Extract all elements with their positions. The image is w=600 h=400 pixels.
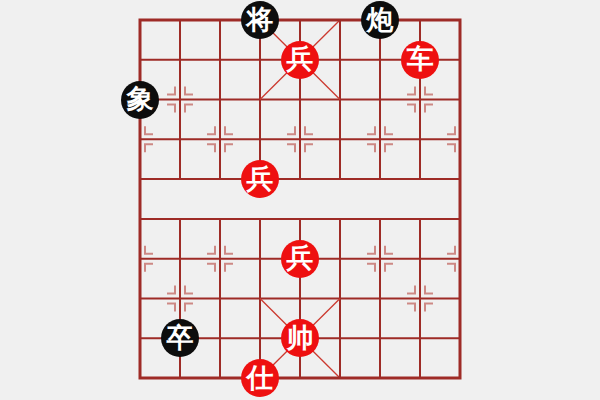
piece-red-soldier-1[interactable]: 兵 [281,41,319,79]
piece-red-advisor[interactable]: 仕 [241,359,279,397]
piece-red-soldier-2[interactable]: 兵 [241,160,279,198]
piece-red-chariot[interactable]: 车 [401,41,439,79]
pieces-layer: 将炮兵车象兵兵卒帅仕 [0,0,600,400]
piece-black-soldier[interactable]: 卒 [161,319,199,357]
piece-black-elephant[interactable]: 象 [121,81,159,119]
piece-red-general[interactable]: 帅 [281,319,319,357]
piece-black-cannon[interactable]: 炮 [361,1,399,39]
xiangqi-diagram: 将炮兵车象兵兵卒帅仕 [0,0,600,400]
piece-red-soldier-3[interactable]: 兵 [281,240,319,278]
piece-black-general[interactable]: 将 [241,1,279,39]
